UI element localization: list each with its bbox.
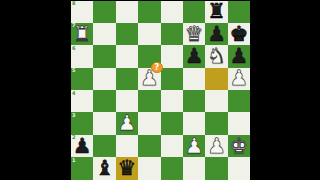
square-c4[interactable] bbox=[116, 90, 138, 112]
square-b1[interactable]: ♝ bbox=[93, 157, 115, 179]
square-f7[interactable]: ♛ bbox=[183, 23, 205, 45]
square-f4[interactable] bbox=[183, 90, 205, 112]
mistake-badge-symbol: ? bbox=[154, 63, 159, 72]
square-f1[interactable] bbox=[183, 157, 205, 179]
square-b3[interactable] bbox=[93, 112, 115, 134]
square-d4[interactable] bbox=[138, 90, 160, 112]
piece-black-king[interactable]: ♚ bbox=[228, 23, 250, 45]
square-a1[interactable]: 1 bbox=[71, 157, 93, 179]
rank-label-1: 1 bbox=[72, 158, 75, 163]
piece-black-pawn[interactable]: ♟ bbox=[228, 45, 250, 67]
square-e4[interactable] bbox=[161, 90, 183, 112]
square-b5[interactable] bbox=[93, 68, 115, 90]
square-c5[interactable] bbox=[116, 68, 138, 90]
square-a4[interactable]: 4 bbox=[71, 90, 93, 112]
piece-white-knight[interactable]: ♞ bbox=[205, 45, 227, 67]
square-e8[interactable] bbox=[161, 1, 183, 23]
square-e2[interactable] bbox=[161, 135, 183, 157]
piece-white-king[interactable]: ♚ bbox=[228, 135, 250, 157]
square-g2[interactable]: ♟ bbox=[205, 135, 227, 157]
rank-label-6: 6 bbox=[72, 46, 75, 51]
square-e6[interactable] bbox=[161, 45, 183, 67]
square-h4[interactable] bbox=[228, 90, 250, 112]
square-c3[interactable]: ♟ bbox=[116, 112, 138, 134]
square-b2[interactable] bbox=[93, 135, 115, 157]
square-h6[interactable]: ♟ bbox=[228, 45, 250, 67]
square-b4[interactable] bbox=[93, 90, 115, 112]
piece-black-pawn[interactable]: ♟ bbox=[183, 45, 205, 67]
square-d2[interactable] bbox=[138, 135, 160, 157]
square-h8[interactable] bbox=[228, 1, 250, 23]
letterbox-right bbox=[250, 0, 320, 180]
square-h3[interactable] bbox=[228, 112, 250, 134]
square-c1[interactable]: ♛ bbox=[116, 157, 138, 179]
square-g1[interactable] bbox=[205, 157, 227, 179]
square-d7[interactable] bbox=[138, 23, 160, 45]
square-f6[interactable]: ♟ bbox=[183, 45, 205, 67]
rank-label-8: 8 bbox=[72, 1, 75, 6]
square-f2[interactable]: ♟ bbox=[183, 135, 205, 157]
piece-white-rook[interactable]: ♜ bbox=[71, 23, 93, 45]
piece-black-bishop[interactable]: ♝ bbox=[93, 157, 115, 179]
rank-label-4: 4 bbox=[72, 91, 75, 96]
square-b7[interactable] bbox=[93, 23, 115, 45]
square-f5[interactable] bbox=[183, 68, 205, 90]
piece-white-pawn[interactable]: ♟ bbox=[205, 135, 227, 157]
piece-white-pawn[interactable]: ♟ bbox=[116, 112, 138, 134]
square-a6[interactable]: 6 bbox=[71, 45, 93, 67]
piece-black-pawn[interactable]: ♟ bbox=[205, 23, 227, 45]
square-f3[interactable] bbox=[183, 112, 205, 134]
letterbox-left bbox=[0, 0, 71, 180]
video-frame: 8♜7♜♛♟♚6♟♞♟5♟♟43♟2♟♟♟♚1♝♛ ? bbox=[0, 0, 320, 180]
square-b8[interactable] bbox=[93, 1, 115, 23]
square-a8[interactable]: 8 bbox=[71, 1, 93, 23]
square-d8[interactable] bbox=[138, 1, 160, 23]
rank-label-2: 2 bbox=[72, 135, 75, 140]
square-g5[interactable] bbox=[205, 68, 227, 90]
piece-white-pawn[interactable]: ♟ bbox=[228, 68, 250, 90]
square-g8[interactable]: ♜ bbox=[205, 1, 227, 23]
square-g7[interactable]: ♟ bbox=[205, 23, 227, 45]
square-h5[interactable]: ♟ bbox=[228, 68, 250, 90]
square-c7[interactable] bbox=[116, 23, 138, 45]
square-h2[interactable]: ♚ bbox=[228, 135, 250, 157]
chess-board: 8♜7♜♛♟♚6♟♞♟5♟♟43♟2♟♟♟♚1♝♛ bbox=[71, 1, 250, 180]
mistake-badge: ? bbox=[151, 62, 163, 74]
rank-label-7: 7 bbox=[72, 23, 75, 28]
square-c8[interactable] bbox=[116, 1, 138, 23]
square-e5[interactable] bbox=[161, 68, 183, 90]
square-d1[interactable] bbox=[138, 157, 160, 179]
square-h7[interactable]: ♚ bbox=[228, 23, 250, 45]
square-a7[interactable]: 7♜ bbox=[71, 23, 93, 45]
rank-label-5: 5 bbox=[72, 68, 75, 73]
square-a2[interactable]: 2♟ bbox=[71, 135, 93, 157]
square-e1[interactable] bbox=[161, 157, 183, 179]
square-c6[interactable] bbox=[116, 45, 138, 67]
square-g6[interactable]: ♞ bbox=[205, 45, 227, 67]
square-a5[interactable]: 5 bbox=[71, 68, 93, 90]
piece-white-queen[interactable]: ♛ bbox=[183, 23, 205, 45]
square-g3[interactable] bbox=[205, 112, 227, 134]
square-e7[interactable] bbox=[161, 23, 183, 45]
rank-label-3: 3 bbox=[72, 113, 75, 118]
piece-white-pawn[interactable]: ♟ bbox=[183, 135, 205, 157]
piece-black-rook[interactable]: ♜ bbox=[205, 1, 227, 23]
square-c2[interactable] bbox=[116, 135, 138, 157]
square-d3[interactable] bbox=[138, 112, 160, 134]
square-b6[interactable] bbox=[93, 45, 115, 67]
square-a3[interactable]: 3 bbox=[71, 112, 93, 134]
square-e3[interactable] bbox=[161, 112, 183, 134]
piece-black-pawn[interactable]: ♟ bbox=[71, 135, 93, 157]
square-f8[interactable] bbox=[183, 1, 205, 23]
square-g4[interactable] bbox=[205, 90, 227, 112]
piece-black-queen[interactable]: ♛ bbox=[116, 157, 138, 179]
square-h1[interactable] bbox=[228, 157, 250, 179]
